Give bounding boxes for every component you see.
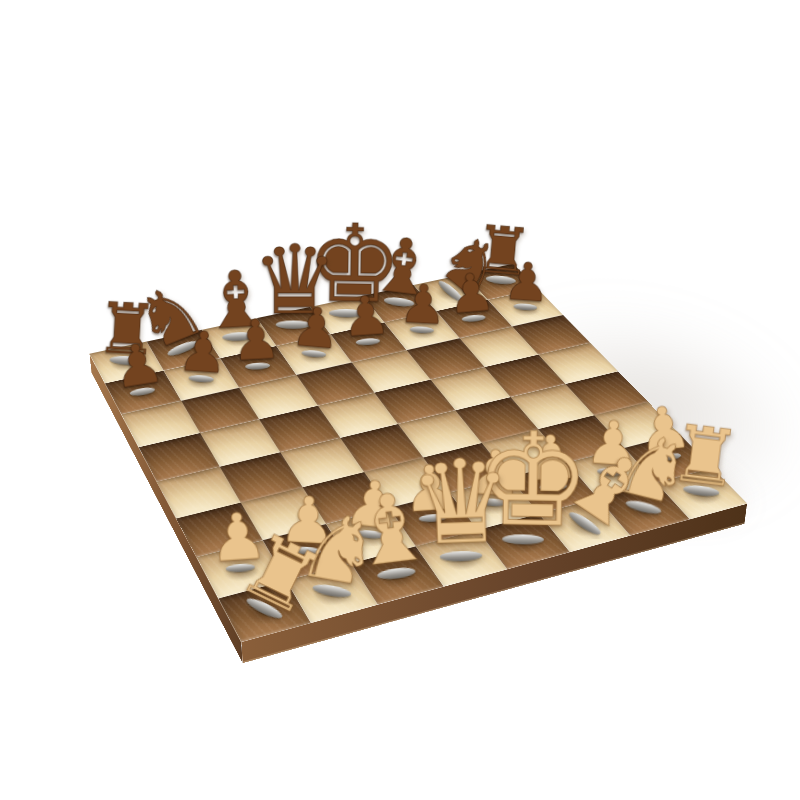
square-b5[interactable] (200, 419, 281, 467)
scene: ♜♞♝♛♚♝♞♜♟♟♟♟♟♟♟♟♟♟♟♟♟♟♟♟♜♞♝♛♚♝♞♜ (0, 0, 800, 800)
chess-board: ♜♞♝♛♚♝♞♜♟♟♟♟♟♟♟♟♟♟♟♟♟♟♟♟♜♞♝♛♚♝♞♜ (89, 264, 747, 642)
board-3d-wrap: ♜♞♝♛♚♝♞♜♟♟♟♟♟♟♟♟♟♟♟♟♟♟♟♟♜♞♝♛♚♝♞♜ (89, 264, 747, 642)
product-photo-stage: ♜♞♝♛♚♝♞♜♟♟♟♟♟♟♟♟♟♟♟♟♟♟♟♟♜♞♝♛♚♝♞♜ (0, 0, 800, 800)
